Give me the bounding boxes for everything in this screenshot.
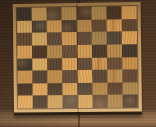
photo-scene [0,0,156,127]
square-a4 [17,58,32,71]
square-f7 [92,19,107,32]
square-c1 [48,96,63,109]
square-h2 [122,82,137,95]
square-g7 [107,19,122,32]
square-h4 [122,57,137,70]
square-g3 [107,70,122,83]
square-d5 [62,45,77,58]
square-f5 [92,44,107,57]
square-g8 [106,6,121,19]
square-h5 [122,44,137,57]
square-b1 [33,96,48,109]
square-b7 [32,20,47,33]
square-h6 [122,31,137,44]
square-g5 [107,44,122,57]
square-a6 [17,33,32,46]
square-b8 [32,7,47,20]
square-d2 [62,83,77,96]
square-a1 [18,96,33,109]
square-c3 [47,70,62,83]
square-a2 [18,83,33,96]
square-c4 [47,58,62,71]
square-g6 [107,32,122,45]
chessboard [13,2,142,116]
square-f8 [91,7,106,20]
square-b3 [32,70,47,83]
square-f2 [92,82,107,95]
square-c5 [47,45,62,58]
square-d6 [62,32,77,45]
square-a8 [17,8,32,21]
square-f4 [92,57,107,70]
square-d8 [61,7,76,20]
square-b5 [32,45,47,58]
square-g2 [107,82,122,95]
square-h3 [122,69,137,82]
square-h8 [121,6,136,19]
square-e4 [77,57,92,70]
square-a3 [17,71,32,84]
square-f6 [92,32,107,45]
square-f3 [92,70,107,83]
square-b4 [32,58,47,71]
square-e5 [77,45,92,58]
square-c2 [47,83,62,96]
square-h7 [122,19,137,32]
square-c6 [47,32,62,45]
square-d3 [62,70,77,83]
square-b6 [32,33,47,46]
square-e2 [77,83,92,96]
square-e3 [77,70,92,83]
square-e1 [77,95,92,108]
square-d4 [62,58,77,71]
square-e8 [76,7,91,20]
square-a5 [17,45,32,58]
square-c8 [46,7,61,20]
square-g4 [107,57,122,70]
square-d1 [62,95,77,108]
square-g1 [107,95,122,108]
square-c7 [47,20,62,33]
square-d7 [62,20,77,33]
square-f1 [92,95,107,108]
square-a7 [17,20,32,33]
square-b2 [32,83,47,96]
square-e7 [77,19,92,32]
square-h1 [123,95,138,108]
square-e6 [77,32,92,45]
